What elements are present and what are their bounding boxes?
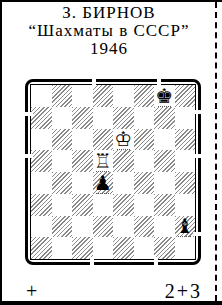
square-a6 (31, 129, 52, 151)
square-e7 (113, 107, 134, 129)
square-d1 (93, 237, 114, 259)
square-c8 (72, 85, 93, 107)
square-c5 (72, 150, 93, 172)
square-d5: ♖ (93, 150, 114, 172)
square-a3 (31, 194, 52, 216)
border-notch (92, 78, 96, 87)
square-b7 (52, 107, 73, 129)
square-b2 (52, 216, 73, 238)
square-g2 (154, 216, 175, 238)
square-h1 (175, 237, 196, 259)
square-g7 (154, 107, 175, 129)
square-g1 (154, 237, 175, 259)
piece-black-king: ♚ (154, 85, 175, 107)
square-a1 (31, 237, 52, 259)
square-b6 (52, 129, 73, 151)
source-title: “Шахматы в СССР” (2, 22, 216, 40)
square-b5 (52, 150, 73, 172)
square-h7 (175, 107, 196, 129)
square-f8 (134, 85, 155, 107)
square-b8 (52, 85, 73, 107)
square-e4 (113, 172, 134, 194)
square-g8: ♚ (154, 85, 175, 107)
border-notch (193, 110, 202, 114)
square-h8 (175, 85, 196, 107)
border-notch (157, 78, 161, 87)
square-g5 (154, 150, 175, 172)
square-d7 (93, 107, 114, 129)
square-c1 (72, 237, 93, 259)
square-h3 (175, 194, 196, 216)
square-e5 (113, 150, 134, 172)
square-f5 (134, 150, 155, 172)
square-g6 (154, 129, 175, 151)
square-d8 (93, 85, 114, 107)
chess-board: ♚♔♖♟♝ (25, 79, 201, 265)
border-notch (154, 257, 158, 266)
square-g3 (154, 194, 175, 216)
square-d3 (93, 194, 114, 216)
square-c2 (72, 216, 93, 238)
square-a2 (31, 216, 52, 238)
stipulation: + (26, 280, 39, 302)
square-a8 (31, 85, 52, 107)
square-a7 (31, 107, 52, 129)
square-h2: ♝ (175, 216, 196, 238)
piece-white-rook: ♖ (93, 150, 114, 172)
square-e8 (113, 85, 134, 107)
square-c6 (72, 129, 93, 151)
author-name: З. БИРНОВ (2, 4, 216, 22)
piece-black-pawn: ♟ (93, 172, 114, 194)
border-notch (90, 257, 94, 266)
square-f1 (134, 237, 155, 259)
square-e6: ♔ (113, 129, 134, 151)
border-notch (24, 154, 33, 158)
square-c3 (72, 194, 93, 216)
study-card-page: З. БИРНОВ “Шахматы в СССР” 1946 ♚♔♖♟♝ + … (0, 0, 222, 305)
publication-year: 1946 (2, 40, 216, 58)
square-b4 (52, 172, 73, 194)
square-e3 (113, 194, 134, 216)
diagram-footer: + 2+3 (2, 280, 222, 302)
piece-white-king: ♔ (113, 129, 134, 151)
chess-board-squares: ♚♔♖♟♝ (30, 84, 196, 260)
border-notch (24, 112, 33, 116)
square-f7 (134, 107, 155, 129)
square-d6 (93, 129, 114, 151)
square-h6 (175, 129, 196, 151)
square-g4 (154, 172, 175, 194)
piece-black-bishop: ♝ (175, 216, 196, 238)
material-count: 2+3 (165, 280, 202, 302)
border-notch (193, 232, 202, 236)
square-f6 (134, 129, 155, 151)
square-e1 (113, 237, 134, 259)
square-f4 (134, 172, 155, 194)
square-b1 (52, 237, 73, 259)
square-f3 (134, 194, 155, 216)
square-c4 (72, 172, 93, 194)
square-d2 (93, 216, 114, 238)
square-h5 (175, 150, 196, 172)
square-a4 (31, 172, 52, 194)
square-c7 (72, 107, 93, 129)
diagram-header: З. БИРНОВ “Шахматы в СССР” 1946 (2, 4, 216, 58)
border-notch (193, 154, 202, 158)
square-b3 (52, 194, 73, 216)
square-f2 (134, 216, 155, 238)
square-d4: ♟ (93, 172, 114, 194)
square-h4 (175, 172, 196, 194)
square-e2 (113, 216, 134, 238)
square-a5 (31, 150, 52, 172)
